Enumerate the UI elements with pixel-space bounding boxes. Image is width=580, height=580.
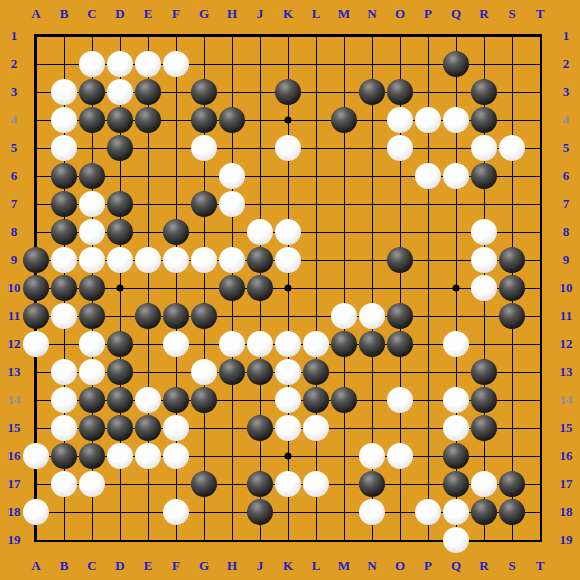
intersection-M14[interactable] xyxy=(330,386,358,414)
intersection-D2[interactable] xyxy=(106,50,134,78)
intersection-D10[interactable] xyxy=(106,274,134,302)
intersection-M5[interactable] xyxy=(330,134,358,162)
intersection-D11[interactable] xyxy=(106,302,134,330)
intersection-S9[interactable] xyxy=(498,246,526,274)
intersection-S14[interactable] xyxy=(498,386,526,414)
intersection-P3[interactable] xyxy=(414,78,442,106)
intersection-K9[interactable] xyxy=(274,246,302,274)
intersection-T14[interactable] xyxy=(526,386,554,414)
intersection-F2[interactable] xyxy=(162,50,190,78)
intersection-T4[interactable] xyxy=(526,106,554,134)
intersection-S8[interactable] xyxy=(498,218,526,246)
intersection-J17[interactable] xyxy=(246,470,274,498)
intersection-Q3[interactable] xyxy=(442,78,470,106)
intersection-G15[interactable] xyxy=(190,414,218,442)
intersection-T13[interactable] xyxy=(526,358,554,386)
intersection-H16[interactable] xyxy=(218,442,246,470)
intersection-E12[interactable] xyxy=(134,330,162,358)
intersection-O9[interactable] xyxy=(386,246,414,274)
intersection-Q13[interactable] xyxy=(442,358,470,386)
intersection-E5[interactable] xyxy=(134,134,162,162)
intersection-M6[interactable] xyxy=(330,162,358,190)
intersection-B8[interactable] xyxy=(50,218,78,246)
intersection-C9[interactable] xyxy=(78,246,106,274)
intersection-D5[interactable] xyxy=(106,134,134,162)
intersection-T16[interactable] xyxy=(526,442,554,470)
intersection-D13[interactable] xyxy=(106,358,134,386)
intersection-R7[interactable] xyxy=(470,190,498,218)
intersection-M11[interactable] xyxy=(330,302,358,330)
intersection-L8[interactable] xyxy=(302,218,330,246)
intersection-J12[interactable] xyxy=(246,330,274,358)
intersection-T8[interactable] xyxy=(526,218,554,246)
intersection-T3[interactable] xyxy=(526,78,554,106)
intersection-R17[interactable] xyxy=(470,470,498,498)
intersection-P11[interactable] xyxy=(414,302,442,330)
intersection-G3[interactable] xyxy=(190,78,218,106)
intersection-D9[interactable] xyxy=(106,246,134,274)
intersection-F7[interactable] xyxy=(162,190,190,218)
intersection-J7[interactable] xyxy=(246,190,274,218)
intersection-P7[interactable] xyxy=(414,190,442,218)
intersection-O13[interactable] xyxy=(386,358,414,386)
intersection-S6[interactable] xyxy=(498,162,526,190)
intersection-Q5[interactable] xyxy=(442,134,470,162)
intersection-N4[interactable] xyxy=(358,106,386,134)
intersection-R11[interactable] xyxy=(470,302,498,330)
intersection-J11[interactable] xyxy=(246,302,274,330)
intersection-L15[interactable] xyxy=(302,414,330,442)
intersection-F5[interactable] xyxy=(162,134,190,162)
intersection-H5[interactable] xyxy=(218,134,246,162)
intersection-G19[interactable] xyxy=(190,526,218,554)
intersection-C17[interactable] xyxy=(78,470,106,498)
intersection-L6[interactable] xyxy=(302,162,330,190)
intersection-G16[interactable] xyxy=(190,442,218,470)
intersection-J16[interactable] xyxy=(246,442,274,470)
intersection-D18[interactable] xyxy=(106,498,134,526)
intersection-L17[interactable] xyxy=(302,470,330,498)
intersection-L14[interactable] xyxy=(302,386,330,414)
intersection-J15[interactable] xyxy=(246,414,274,442)
intersection-B15[interactable] xyxy=(50,414,78,442)
intersection-P16[interactable] xyxy=(414,442,442,470)
intersection-E2[interactable] xyxy=(134,50,162,78)
intersection-T11[interactable] xyxy=(526,302,554,330)
intersection-P4[interactable] xyxy=(414,106,442,134)
intersection-H10[interactable] xyxy=(218,274,246,302)
intersection-Q16[interactable] xyxy=(442,442,470,470)
intersection-H6[interactable] xyxy=(218,162,246,190)
intersection-H4[interactable] xyxy=(218,106,246,134)
intersection-J19[interactable] xyxy=(246,526,274,554)
intersection-O11[interactable] xyxy=(386,302,414,330)
intersection-B2[interactable] xyxy=(50,50,78,78)
intersection-T12[interactable] xyxy=(526,330,554,358)
intersection-J13[interactable] xyxy=(246,358,274,386)
intersection-J8[interactable] xyxy=(246,218,274,246)
intersection-B6[interactable] xyxy=(50,162,78,190)
intersection-S13[interactable] xyxy=(498,358,526,386)
intersection-O12[interactable] xyxy=(386,330,414,358)
intersection-F17[interactable] xyxy=(162,470,190,498)
intersection-B5[interactable] xyxy=(50,134,78,162)
intersection-F3[interactable] xyxy=(162,78,190,106)
intersection-R19[interactable] xyxy=(470,526,498,554)
intersection-M9[interactable] xyxy=(330,246,358,274)
intersection-S17[interactable] xyxy=(498,470,526,498)
intersection-P19[interactable] xyxy=(414,526,442,554)
intersection-R14[interactable] xyxy=(470,386,498,414)
intersection-R13[interactable] xyxy=(470,358,498,386)
intersection-L16[interactable] xyxy=(302,442,330,470)
intersection-C19[interactable] xyxy=(78,526,106,554)
intersection-D6[interactable] xyxy=(106,162,134,190)
intersection-G2[interactable] xyxy=(190,50,218,78)
intersection-M18[interactable] xyxy=(330,498,358,526)
intersection-Q17[interactable] xyxy=(442,470,470,498)
intersection-K19[interactable] xyxy=(274,526,302,554)
intersection-M4[interactable] xyxy=(330,106,358,134)
intersection-F14[interactable] xyxy=(162,386,190,414)
intersection-J18[interactable] xyxy=(246,498,274,526)
intersection-Q11[interactable] xyxy=(442,302,470,330)
intersection-M2[interactable] xyxy=(330,50,358,78)
intersection-P6[interactable] xyxy=(414,162,442,190)
intersection-P2[interactable] xyxy=(414,50,442,78)
intersection-T10[interactable] xyxy=(526,274,554,302)
intersection-P14[interactable] xyxy=(414,386,442,414)
intersection-D14[interactable] xyxy=(106,386,134,414)
intersection-N19[interactable] xyxy=(358,526,386,554)
intersection-N5[interactable] xyxy=(358,134,386,162)
intersection-B14[interactable] xyxy=(50,386,78,414)
intersection-R3[interactable] xyxy=(470,78,498,106)
intersection-L13[interactable] xyxy=(302,358,330,386)
intersection-O18[interactable] xyxy=(386,498,414,526)
intersection-O15[interactable] xyxy=(386,414,414,442)
intersection-O10[interactable] xyxy=(386,274,414,302)
intersection-E19[interactable] xyxy=(134,526,162,554)
intersection-L12[interactable] xyxy=(302,330,330,358)
intersection-T18[interactable] xyxy=(526,498,554,526)
intersection-M3[interactable] xyxy=(330,78,358,106)
intersection-S16[interactable] xyxy=(498,442,526,470)
intersection-L2[interactable] xyxy=(302,50,330,78)
intersection-R10[interactable] xyxy=(470,274,498,302)
intersection-K18[interactable] xyxy=(274,498,302,526)
intersection-T15[interactable] xyxy=(526,414,554,442)
intersection-C13[interactable] xyxy=(78,358,106,386)
intersection-F8[interactable] xyxy=(162,218,190,246)
intersection-R15[interactable] xyxy=(470,414,498,442)
intersection-F15[interactable] xyxy=(162,414,190,442)
intersection-Q19[interactable] xyxy=(442,526,470,554)
intersection-S15[interactable] xyxy=(498,414,526,442)
intersection-E13[interactable] xyxy=(134,358,162,386)
intersection-Q9[interactable] xyxy=(442,246,470,274)
intersection-R12[interactable] xyxy=(470,330,498,358)
intersection-B12[interactable] xyxy=(50,330,78,358)
intersection-S7[interactable] xyxy=(498,190,526,218)
intersection-F11[interactable] xyxy=(162,302,190,330)
intersection-O17[interactable] xyxy=(386,470,414,498)
intersection-M10[interactable] xyxy=(330,274,358,302)
intersection-L10[interactable] xyxy=(302,274,330,302)
intersection-K17[interactable] xyxy=(274,470,302,498)
intersection-F4[interactable] xyxy=(162,106,190,134)
intersection-N10[interactable] xyxy=(358,274,386,302)
intersection-G4[interactable] xyxy=(190,106,218,134)
intersection-D4[interactable] xyxy=(106,106,134,134)
intersection-G17[interactable] xyxy=(190,470,218,498)
intersection-L19[interactable] xyxy=(302,526,330,554)
intersection-D12[interactable] xyxy=(106,330,134,358)
intersection-S3[interactable] xyxy=(498,78,526,106)
intersection-L4[interactable] xyxy=(302,106,330,134)
intersection-L3[interactable] xyxy=(302,78,330,106)
intersection-M13[interactable] xyxy=(330,358,358,386)
intersection-H18[interactable] xyxy=(218,498,246,526)
intersection-L7[interactable] xyxy=(302,190,330,218)
intersection-H13[interactable] xyxy=(218,358,246,386)
intersection-R6[interactable] xyxy=(470,162,498,190)
intersection-G11[interactable] xyxy=(190,302,218,330)
intersection-O6[interactable] xyxy=(386,162,414,190)
intersection-H19[interactable] xyxy=(218,526,246,554)
intersection-C10[interactable] xyxy=(78,274,106,302)
intersection-L18[interactable] xyxy=(302,498,330,526)
intersection-F16[interactable] xyxy=(162,442,190,470)
intersection-J5[interactable] xyxy=(246,134,274,162)
intersection-T17[interactable] xyxy=(526,470,554,498)
intersection-S5[interactable] xyxy=(498,134,526,162)
intersection-H11[interactable] xyxy=(218,302,246,330)
intersection-N13[interactable] xyxy=(358,358,386,386)
intersection-Q8[interactable] xyxy=(442,218,470,246)
intersection-K14[interactable] xyxy=(274,386,302,414)
intersection-E17[interactable] xyxy=(134,470,162,498)
intersection-E7[interactable] xyxy=(134,190,162,218)
intersection-F10[interactable] xyxy=(162,274,190,302)
intersection-G9[interactable] xyxy=(190,246,218,274)
intersection-K6[interactable] xyxy=(274,162,302,190)
intersection-N3[interactable] xyxy=(358,78,386,106)
intersection-N7[interactable] xyxy=(358,190,386,218)
intersection-G6[interactable] xyxy=(190,162,218,190)
intersection-T19[interactable] xyxy=(526,526,554,554)
intersection-O19[interactable] xyxy=(386,526,414,554)
intersection-G14[interactable] xyxy=(190,386,218,414)
intersection-R16[interactable] xyxy=(470,442,498,470)
intersection-S4[interactable] xyxy=(498,106,526,134)
intersection-C2[interactable] xyxy=(78,50,106,78)
intersection-P5[interactable] xyxy=(414,134,442,162)
intersection-Q15[interactable] xyxy=(442,414,470,442)
intersection-P15[interactable] xyxy=(414,414,442,442)
intersection-C5[interactable] xyxy=(78,134,106,162)
intersection-L5[interactable] xyxy=(302,134,330,162)
intersection-B10[interactable] xyxy=(50,274,78,302)
intersection-C3[interactable] xyxy=(78,78,106,106)
intersection-K2[interactable] xyxy=(274,50,302,78)
intersection-B13[interactable] xyxy=(50,358,78,386)
intersection-C15[interactable] xyxy=(78,414,106,442)
intersection-Q14[interactable] xyxy=(442,386,470,414)
intersection-P10[interactable] xyxy=(414,274,442,302)
intersection-L9[interactable] xyxy=(302,246,330,274)
intersection-B11[interactable] xyxy=(50,302,78,330)
intersection-P9[interactable] xyxy=(414,246,442,274)
intersection-N6[interactable] xyxy=(358,162,386,190)
intersection-K8[interactable] xyxy=(274,218,302,246)
intersection-D8[interactable] xyxy=(106,218,134,246)
intersection-M7[interactable] xyxy=(330,190,358,218)
intersection-S18[interactable] xyxy=(498,498,526,526)
intersection-F19[interactable] xyxy=(162,526,190,554)
intersection-C11[interactable] xyxy=(78,302,106,330)
intersection-E4[interactable] xyxy=(134,106,162,134)
intersection-T6[interactable] xyxy=(526,162,554,190)
intersection-N14[interactable] xyxy=(358,386,386,414)
intersection-B16[interactable] xyxy=(50,442,78,470)
intersection-Q7[interactable] xyxy=(442,190,470,218)
intersection-J4[interactable] xyxy=(246,106,274,134)
intersection-E14[interactable] xyxy=(134,386,162,414)
intersection-T2[interactable] xyxy=(526,50,554,78)
intersection-T9[interactable] xyxy=(526,246,554,274)
intersection-Q10[interactable] xyxy=(442,274,470,302)
intersection-N18[interactable] xyxy=(358,498,386,526)
intersection-E9[interactable] xyxy=(134,246,162,274)
intersection-K11[interactable] xyxy=(274,302,302,330)
intersection-H3[interactable] xyxy=(218,78,246,106)
intersection-S19[interactable] xyxy=(498,526,526,554)
intersection-G7[interactable] xyxy=(190,190,218,218)
intersection-K3[interactable] xyxy=(274,78,302,106)
intersection-C6[interactable] xyxy=(78,162,106,190)
intersection-N2[interactable] xyxy=(358,50,386,78)
intersection-C8[interactable] xyxy=(78,218,106,246)
intersection-Q18[interactable] xyxy=(442,498,470,526)
intersection-H14[interactable] xyxy=(218,386,246,414)
intersection-E18[interactable] xyxy=(134,498,162,526)
intersection-S12[interactable] xyxy=(498,330,526,358)
intersection-C12[interactable] xyxy=(78,330,106,358)
intersection-O16[interactable] xyxy=(386,442,414,470)
intersection-B7[interactable] xyxy=(50,190,78,218)
intersection-B17[interactable] xyxy=(50,470,78,498)
intersection-K10[interactable] xyxy=(274,274,302,302)
intersection-K5[interactable] xyxy=(274,134,302,162)
intersection-B3[interactable] xyxy=(50,78,78,106)
intersection-N17[interactable] xyxy=(358,470,386,498)
intersection-F6[interactable] xyxy=(162,162,190,190)
intersection-K12[interactable] xyxy=(274,330,302,358)
intersection-B18[interactable] xyxy=(50,498,78,526)
intersection-E16[interactable] xyxy=(134,442,162,470)
intersection-J10[interactable] xyxy=(246,274,274,302)
intersection-F9[interactable] xyxy=(162,246,190,274)
intersection-N15[interactable] xyxy=(358,414,386,442)
intersection-R8[interactable] xyxy=(470,218,498,246)
intersection-E3[interactable] xyxy=(134,78,162,106)
intersection-H9[interactable] xyxy=(218,246,246,274)
intersection-J14[interactable] xyxy=(246,386,274,414)
intersection-M16[interactable] xyxy=(330,442,358,470)
intersection-J6[interactable] xyxy=(246,162,274,190)
intersection-R9[interactable] xyxy=(470,246,498,274)
intersection-O5[interactable] xyxy=(386,134,414,162)
intersection-M19[interactable] xyxy=(330,526,358,554)
intersection-E10[interactable] xyxy=(134,274,162,302)
intersection-H12[interactable] xyxy=(218,330,246,358)
intersection-Q4[interactable] xyxy=(442,106,470,134)
intersection-E11[interactable] xyxy=(134,302,162,330)
intersection-N11[interactable] xyxy=(358,302,386,330)
intersection-B9[interactable] xyxy=(50,246,78,274)
intersection-D7[interactable] xyxy=(106,190,134,218)
intersection-H15[interactable] xyxy=(218,414,246,442)
intersection-E6[interactable] xyxy=(134,162,162,190)
intersection-H17[interactable] xyxy=(218,470,246,498)
intersection-N8[interactable] xyxy=(358,218,386,246)
intersection-P12[interactable] xyxy=(414,330,442,358)
intersection-O3[interactable] xyxy=(386,78,414,106)
intersection-G8[interactable] xyxy=(190,218,218,246)
intersection-G5[interactable] xyxy=(190,134,218,162)
intersection-S10[interactable] xyxy=(498,274,526,302)
intersection-O8[interactable] xyxy=(386,218,414,246)
intersection-Q12[interactable] xyxy=(442,330,470,358)
intersection-S2[interactable] xyxy=(498,50,526,78)
intersection-E15[interactable] xyxy=(134,414,162,442)
intersection-K16[interactable] xyxy=(274,442,302,470)
intersection-B4[interactable] xyxy=(50,106,78,134)
intersection-S11[interactable] xyxy=(498,302,526,330)
intersection-P17[interactable] xyxy=(414,470,442,498)
intersection-O7[interactable] xyxy=(386,190,414,218)
intersection-E8[interactable] xyxy=(134,218,162,246)
intersection-G10[interactable] xyxy=(190,274,218,302)
intersection-N16[interactable] xyxy=(358,442,386,470)
intersection-B19[interactable] xyxy=(50,526,78,554)
intersection-R5[interactable] xyxy=(470,134,498,162)
intersection-H8[interactable] xyxy=(218,218,246,246)
go-board[interactable] xyxy=(22,22,554,554)
intersection-M15[interactable] xyxy=(330,414,358,442)
intersection-C14[interactable] xyxy=(78,386,106,414)
intersection-M12[interactable] xyxy=(330,330,358,358)
intersection-T7[interactable] xyxy=(526,190,554,218)
intersection-C16[interactable] xyxy=(78,442,106,470)
intersection-G13[interactable] xyxy=(190,358,218,386)
intersection-C7[interactable] xyxy=(78,190,106,218)
intersection-K13[interactable] xyxy=(274,358,302,386)
intersection-G18[interactable] xyxy=(190,498,218,526)
intersection-K7[interactable] xyxy=(274,190,302,218)
intersection-F12[interactable] xyxy=(162,330,190,358)
intersection-F18[interactable] xyxy=(162,498,190,526)
intersection-O14[interactable] xyxy=(386,386,414,414)
intersection-O2[interactable] xyxy=(386,50,414,78)
intersection-H2[interactable] xyxy=(218,50,246,78)
intersection-L11[interactable] xyxy=(302,302,330,330)
intersection-K15[interactable] xyxy=(274,414,302,442)
intersection-J2[interactable] xyxy=(246,50,274,78)
intersection-D19[interactable] xyxy=(106,526,134,554)
intersection-P18[interactable] xyxy=(414,498,442,526)
